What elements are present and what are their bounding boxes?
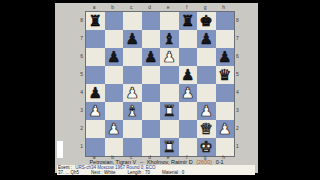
square-c4[interactable]: ♟ (123, 84, 142, 102)
square-c3[interactable]: ♝ (123, 102, 142, 120)
scrollbar-artifact (57, 141, 63, 158)
rank-label-4: 4 (236, 89, 241, 95)
square-c2[interactable] (123, 120, 142, 138)
square-g8[interactable]: ♚ (197, 12, 216, 30)
rank-label-3: 3 (236, 107, 241, 113)
square-e2[interactable] (160, 120, 179, 138)
square-f8[interactable]: ♜ (179, 12, 198, 30)
video-frame: abcdefgh 87654321 ♜♜♚♟♝♟♟♟♟♟♟♛♟♟♟♟♝♜♟♟♛♟… (0, 0, 320, 180)
rank-label-4: 4 (78, 89, 83, 95)
rank-label-1: 1 (236, 143, 241, 149)
piece-wP-a3[interactable]: ♟ (86, 102, 105, 120)
piece-wB-c3[interactable]: ♝ (123, 102, 142, 120)
file-label-c: c (122, 5, 141, 10)
square-b7[interactable] (105, 30, 124, 48)
rank-label-7: 7 (236, 35, 241, 41)
piece-bP-a4[interactable]: ♟ (86, 84, 105, 102)
square-h7[interactable] (216, 30, 235, 48)
chess-app-panel: abcdefgh 87654321 ♜♜♚♟♝♟♟♟♟♟♟♛♟♟♟♟♝♜♟♟♛♟… (55, 3, 258, 173)
square-h8[interactable] (216, 12, 235, 30)
chess-board[interactable]: ♜♜♚♟♝♟♟♟♟♟♟♛♟♟♟♟♝♜♟♟♛♟♜♚ (85, 11, 235, 157)
square-a4[interactable]: ♟ (86, 84, 105, 102)
square-d6[interactable]: ♟ (142, 48, 161, 66)
square-b8[interactable] (105, 12, 124, 30)
piece-wP-b2[interactable]: ♟ (105, 120, 124, 138)
square-c5[interactable] (123, 66, 142, 84)
square-f5[interactable]: ♟ (179, 66, 198, 84)
file-label-b: b (104, 5, 123, 10)
square-d4[interactable] (142, 84, 161, 102)
square-g2[interactable]: ♛ (197, 120, 216, 138)
rank-label-8: 8 (236, 17, 241, 23)
rank-label-8: 8 (78, 17, 83, 23)
rank-labels-right: 87654321 (236, 11, 241, 155)
square-f4[interactable]: ♟ (179, 84, 198, 102)
file-label-d: d (141, 5, 160, 10)
square-e3[interactable]: ♜ (160, 102, 179, 120)
rank-label-1: 1 (78, 143, 83, 149)
piece-wP-c4[interactable]: ♟ (123, 84, 142, 102)
square-b2[interactable]: ♟ (105, 120, 124, 138)
rank-label-7: 7 (78, 35, 83, 41)
square-d3[interactable] (142, 102, 161, 120)
piece-bP-c7[interactable]: ♟ (123, 30, 142, 48)
square-h3[interactable] (216, 102, 235, 120)
square-f6[interactable] (179, 48, 198, 66)
square-b3[interactable] (105, 102, 124, 120)
square-g7[interactable]: ♟ (197, 30, 216, 48)
square-d5[interactable] (142, 66, 161, 84)
square-h6[interactable]: ♟ (216, 48, 235, 66)
square-b6[interactable]: ♟ (105, 48, 124, 66)
file-label-f: f (178, 5, 197, 10)
square-a3[interactable]: ♟ (86, 102, 105, 120)
rank-label-6: 6 (78, 53, 83, 59)
last-move: 37. ... Qh5 (58, 170, 79, 175)
rank-label-3: 3 (78, 107, 83, 113)
square-f7[interactable] (179, 30, 198, 48)
square-h4[interactable] (216, 84, 235, 102)
piece-wQ-g2[interactable]: ♛ (197, 120, 216, 138)
rank-labels-left: 87654321 (78, 11, 83, 155)
file-label-a: a (85, 5, 104, 10)
file-label-g: g (196, 5, 215, 10)
piece-bK-g8[interactable]: ♚ (197, 12, 216, 30)
rank-label-2: 2 (236, 125, 241, 131)
file-label-h: h (215, 5, 234, 10)
square-b5[interactable] (105, 66, 124, 84)
piece-bR-f8[interactable]: ♜ (179, 12, 198, 30)
piece-wR-e3[interactable]: ♜ (160, 102, 179, 120)
square-f2[interactable] (179, 120, 198, 138)
square-f3[interactable] (179, 102, 198, 120)
square-g3[interactable]: ♟ (197, 102, 216, 120)
square-e6[interactable]: ♟ (160, 48, 179, 66)
square-h2[interactable]: ♟ (216, 120, 235, 138)
rank-label-5: 5 (236, 71, 241, 77)
square-a8[interactable]: ♜ (86, 12, 105, 30)
square-h5[interactable]: ♛ (216, 66, 235, 84)
rank-label-6: 6 (236, 53, 241, 59)
piece-wP-g3[interactable]: ♟ (197, 102, 216, 120)
square-a5[interactable] (86, 66, 105, 84)
rank-label-5: 5 (78, 71, 83, 77)
square-d8[interactable] (142, 12, 161, 30)
square-c8[interactable] (123, 12, 142, 30)
piece-bP-f5[interactable]: ♟ (179, 66, 198, 84)
material-balance: Material : 0 (162, 170, 184, 175)
square-a6[interactable] (86, 48, 105, 66)
square-a2[interactable] (86, 120, 105, 138)
file-label-e: e (159, 5, 178, 10)
piece-wP-e6[interactable]: ♟ (160, 48, 179, 66)
piece-wP-h2[interactable]: ♟ (216, 120, 235, 138)
square-c7[interactable]: ♟ (123, 30, 142, 48)
square-f1[interactable] (179, 138, 198, 156)
square-e7[interactable]: ♝ (160, 30, 179, 48)
piece-bP-b6[interactable]: ♟ (105, 48, 124, 66)
square-d2[interactable] (142, 120, 161, 138)
piece-bP-d6[interactable]: ♟ (142, 48, 161, 66)
square-e8[interactable] (160, 12, 179, 30)
piece-bP-g7[interactable]: ♟ (197, 30, 216, 48)
piece-bQ-h5[interactable]: ♛ (216, 66, 235, 84)
game-length: Length : 70 (128, 170, 151, 175)
piece-bR-a8[interactable]: ♜ (86, 12, 105, 30)
square-g6[interactable] (197, 48, 216, 66)
square-g4[interactable] (197, 84, 216, 102)
square-b4[interactable] (105, 84, 124, 102)
game-info-band: Event : URS-ch34 Moscow 1967 Round 0; EC… (57, 165, 255, 175)
next-to-move: Next : White (91, 170, 116, 175)
piece-bP-h6[interactable]: ♟ (216, 48, 235, 66)
square-g5[interactable] (197, 66, 216, 84)
square-c6[interactable] (123, 48, 142, 66)
square-e5[interactable] (160, 66, 179, 84)
rank-label-2: 2 (78, 125, 83, 131)
square-d7[interactable] (142, 30, 161, 48)
square-a7[interactable] (86, 30, 105, 48)
square-e4[interactable] (160, 84, 179, 102)
file-labels-top: abcdefgh (85, 5, 233, 10)
status-line: 37. ... Qh5 Next : White Length : 70 Mat… (58, 170, 255, 175)
piece-wP-f4[interactable]: ♟ (179, 84, 198, 102)
piece-bB-e7[interactable]: ♝ (160, 30, 179, 48)
